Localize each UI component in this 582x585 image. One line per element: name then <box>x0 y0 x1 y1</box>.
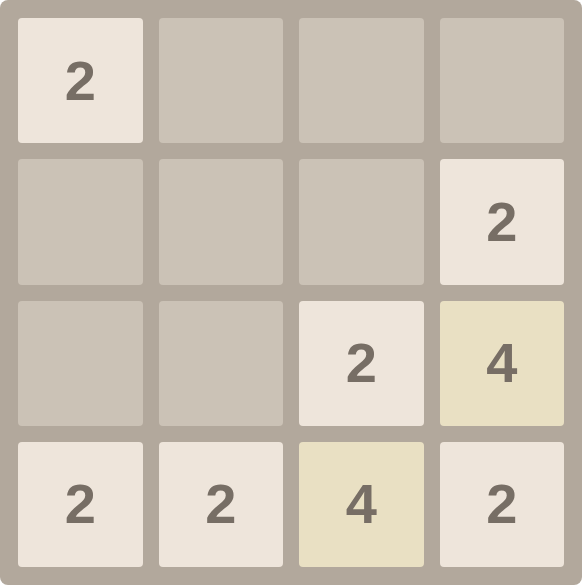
tile-2-r1c1: 2 <box>18 18 143 143</box>
tile-2-r4c4: 2 <box>440 442 565 567</box>
tile-2-r4c2: 2 <box>159 442 284 567</box>
empty-cell-r1c3 <box>299 18 424 143</box>
empty-cell-r3c2 <box>159 301 284 426</box>
tile-4-r3c4: 4 <box>440 301 565 426</box>
empty-cell-r2c1 <box>18 159 143 284</box>
tile-2-r3c3: 2 <box>299 301 424 426</box>
tile-2-r2c4: 2 <box>440 159 565 284</box>
tile-2-r4c1: 2 <box>18 442 143 567</box>
empty-cell-r2c2 <box>159 159 284 284</box>
empty-cell-r1c4 <box>440 18 565 143</box>
empty-cell-r3c1 <box>18 301 143 426</box>
empty-cell-r1c2 <box>159 18 284 143</box>
tile-4-r4c3: 4 <box>299 442 424 567</box>
empty-cell-r2c3 <box>299 159 424 284</box>
2048-board[interactable]: 22242242 <box>0 0 582 585</box>
